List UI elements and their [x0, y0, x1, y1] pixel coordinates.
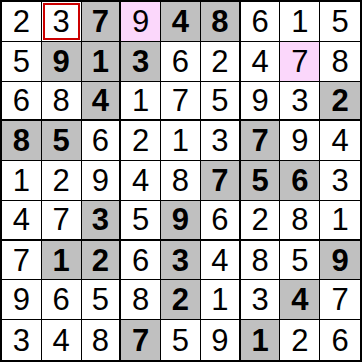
- cell-r1c8[interactable]: 1: [280, 2, 320, 42]
- cell-r4c8[interactable]: 9: [280, 121, 320, 161]
- cell-r7c9[interactable]: 9: [320, 241, 360, 281]
- cell-r1c5[interactable]: 4: [161, 2, 201, 42]
- cell-r5c2[interactable]: 2: [42, 161, 82, 201]
- cell-r1c9[interactable]: 5: [320, 2, 360, 42]
- cell-r2c4[interactable]: 3: [121, 42, 161, 82]
- cell-r5c6[interactable]: 7: [201, 161, 241, 201]
- cell-r9c7[interactable]: 1: [241, 320, 281, 360]
- cell-r6c8[interactable]: 8: [280, 201, 320, 241]
- cell-r8c5[interactable]: 2: [161, 280, 201, 320]
- cell-r8c9[interactable]: 7: [320, 280, 360, 320]
- cell-r6c9[interactable]: 1: [320, 201, 360, 241]
- cell-r6c5[interactable]: 9: [161, 201, 201, 241]
- cell-r1c7[interactable]: 6: [241, 2, 281, 42]
- cell-r7c2[interactable]: 1: [42, 241, 82, 281]
- cell-r6c2[interactable]: 7: [42, 201, 82, 241]
- cell-r2c5[interactable]: 6: [161, 42, 201, 82]
- cell-r1c3[interactable]: 7: [82, 2, 122, 42]
- cell-r7c5[interactable]: 3: [161, 241, 201, 281]
- cell-r4c6[interactable]: 3: [201, 121, 241, 161]
- cell-r5c7[interactable]: 5: [241, 161, 281, 201]
- cell-r2c3[interactable]: 1: [82, 42, 122, 82]
- cell-r4c9[interactable]: 4: [320, 121, 360, 161]
- cell-r9c9[interactable]: 6: [320, 320, 360, 360]
- cell-r3c3[interactable]: 4: [82, 82, 122, 122]
- sudoku-board: 2379486155913624786841759328562137941294…: [0, 0, 362, 362]
- cell-r5c4[interactable]: 4: [121, 161, 161, 201]
- cell-r9c5[interactable]: 5: [161, 320, 201, 360]
- cell-r5c8[interactable]: 6: [280, 161, 320, 201]
- cell-r8c3[interactable]: 5: [82, 280, 122, 320]
- cell-r2c2[interactable]: 9: [42, 42, 82, 82]
- cell-r2c8[interactable]: 7: [280, 42, 320, 82]
- cell-r3c8[interactable]: 3: [280, 82, 320, 122]
- cell-r7c3[interactable]: 2: [82, 241, 122, 281]
- cell-r4c2[interactable]: 5: [42, 121, 82, 161]
- cell-r4c5[interactable]: 1: [161, 121, 201, 161]
- cell-r3c2[interactable]: 8: [42, 82, 82, 122]
- cell-r3c5[interactable]: 7: [161, 82, 201, 122]
- cell-r9c6[interactable]: 9: [201, 320, 241, 360]
- cell-r4c1[interactable]: 8: [2, 121, 42, 161]
- cell-r3c9[interactable]: 2: [320, 82, 360, 122]
- cell-r6c3[interactable]: 3: [82, 201, 122, 241]
- cell-r9c1[interactable]: 3: [2, 320, 42, 360]
- cell-r6c1[interactable]: 4: [2, 201, 42, 241]
- cell-r1c4[interactable]: 9: [121, 2, 161, 42]
- cell-r8c2[interactable]: 6: [42, 280, 82, 320]
- cell-r1c1[interactable]: 2: [2, 2, 42, 42]
- cell-r4c4[interactable]: 2: [121, 121, 161, 161]
- cell-r7c4[interactable]: 6: [121, 241, 161, 281]
- cell-r6c4[interactable]: 5: [121, 201, 161, 241]
- cell-r8c8[interactable]: 4: [280, 280, 320, 320]
- cell-r7c1[interactable]: 7: [2, 241, 42, 281]
- cell-r2c1[interactable]: 5: [2, 42, 42, 82]
- cell-r9c3[interactable]: 8: [82, 320, 122, 360]
- cell-r9c4[interactable]: 7: [121, 320, 161, 360]
- cell-r8c1[interactable]: 9: [2, 280, 42, 320]
- cell-r2c7[interactable]: 4: [241, 42, 281, 82]
- cell-r9c2[interactable]: 4: [42, 320, 82, 360]
- cell-r7c7[interactable]: 8: [241, 241, 281, 281]
- cell-r2c6[interactable]: 2: [201, 42, 241, 82]
- cell-r1c6[interactable]: 8: [201, 2, 241, 42]
- cell-r3c4[interactable]: 1: [121, 82, 161, 122]
- cell-r7c6[interactable]: 4: [201, 241, 241, 281]
- cell-r8c4[interactable]: 8: [121, 280, 161, 320]
- cell-r6c6[interactable]: 6: [201, 201, 241, 241]
- cell-r1c2[interactable]: 3: [42, 2, 82, 42]
- cell-r5c5[interactable]: 8: [161, 161, 201, 201]
- cell-r3c1[interactable]: 6: [2, 82, 42, 122]
- cell-r4c7[interactable]: 7: [241, 121, 281, 161]
- cell-r2c9[interactable]: 8: [320, 42, 360, 82]
- cell-r5c1[interactable]: 1: [2, 161, 42, 201]
- cell-r4c3[interactable]: 6: [82, 121, 122, 161]
- cell-r7c8[interactable]: 5: [280, 241, 320, 281]
- cell-r5c3[interactable]: 9: [82, 161, 122, 201]
- cell-r8c7[interactable]: 3: [241, 280, 281, 320]
- cell-r8c6[interactable]: 1: [201, 280, 241, 320]
- cell-r6c7[interactable]: 2: [241, 201, 281, 241]
- cell-r5c9[interactable]: 3: [320, 161, 360, 201]
- cell-r3c6[interactable]: 5: [201, 82, 241, 122]
- cell-r9c8[interactable]: 2: [280, 320, 320, 360]
- cell-r3c7[interactable]: 9: [241, 82, 281, 122]
